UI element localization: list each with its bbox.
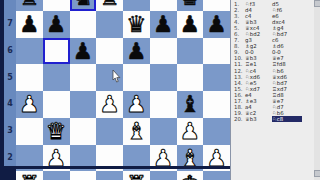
square-g6[interactable]	[177, 38, 204, 65]
move-number: 20.	[234, 116, 245, 122]
black-pawn-b7[interactable]: ♟	[43, 11, 70, 38]
white-bishop-e3[interactable]: ♝	[123, 118, 150, 145]
white-king-g1[interactable]: ♚	[177, 171, 204, 180]
white-queen-b3[interactable]: ♛	[43, 118, 70, 145]
black-knight-c8[interactable]: ♞	[70, 0, 97, 11]
square-e5[interactable]	[123, 64, 150, 91]
white-pawn-g3[interactable]: ♟	[177, 118, 204, 145]
square-e7[interactable]: ♛	[123, 11, 150, 38]
square-b7[interactable]: ♟	[43, 11, 70, 38]
square-h1[interactable]	[203, 171, 230, 180]
black-pawn-a7[interactable]: ♟	[16, 11, 43, 38]
move-cell-white[interactable]: ♕b3	[245, 116, 272, 122]
square-c7[interactable]	[70, 11, 97, 38]
square-a3[interactable]	[16, 118, 43, 145]
square-f3[interactable]	[150, 118, 177, 145]
square-h5[interactable]	[203, 64, 230, 91]
square-f6[interactable]	[150, 38, 177, 65]
black-pawn-h7[interactable]: ♟	[203, 11, 230, 38]
move-list: 1.♘f3d52.d4♘f63.c4e64.♕b3dxc45.♕xc4♗g46.…	[234, 1, 314, 122]
square-g3[interactable]: ♟	[177, 118, 204, 145]
scrollbar-down-icon[interactable]	[314, 170, 320, 177]
mouse-cursor-icon	[112, 70, 121, 83]
square-c1[interactable]	[70, 171, 97, 180]
square-d6[interactable]	[96, 38, 123, 65]
square-g5[interactable]	[177, 64, 204, 91]
square-f5[interactable]	[150, 64, 177, 91]
square-f8[interactable]	[150, 0, 177, 11]
black-pawn-c6[interactable]: ♟	[70, 38, 97, 65]
square-e1[interactable]: ♜	[123, 171, 150, 180]
square-f7[interactable]: ♟	[150, 11, 177, 38]
square-a4[interactable]: ♟	[16, 91, 43, 118]
white-pawn-e4[interactable]: ♟	[123, 91, 150, 118]
square-e6[interactable]: ♟	[123, 38, 150, 65]
square-h3[interactable]	[203, 118, 230, 145]
chess-app-window: 87654321 ♜♞♜♚♟♟♛♟♟♟♟♟♟♟♟♝♛♝♟♟♟♝♟♜♜♚ 1.♘f…	[0, 0, 320, 180]
square-a8[interactable]: ♜	[16, 0, 43, 11]
black-pawn-g7[interactable]: ♟	[177, 11, 204, 38]
square-c8[interactable]: ♞	[70, 0, 97, 11]
square-a5[interactable]	[16, 64, 43, 91]
black-rook-a8[interactable]: ♜	[16, 0, 43, 11]
scrollbar-up-icon[interactable]	[314, 0, 320, 7]
black-pawn-f7[interactable]: ♟	[150, 11, 177, 38]
square-b8[interactable]	[43, 0, 70, 11]
square-g1[interactable]: ♚	[177, 171, 204, 180]
move-list-panel: 1.♘f3d52.d4♘f63.c4e64.♕b3dxc45.♕xc4♗g46.…	[230, 0, 320, 180]
square-d7[interactable]	[96, 11, 123, 38]
square-a6[interactable]	[16, 38, 43, 65]
square-c3[interactable]	[70, 118, 97, 145]
white-rook-e1[interactable]: ♜	[123, 171, 150, 180]
square-d8[interactable]: ♜	[96, 0, 123, 11]
black-king-g8[interactable]: ♚	[177, 0, 204, 11]
square-g7[interactable]: ♟	[177, 11, 204, 38]
square-b3[interactable]: ♛	[43, 118, 70, 145]
move-cell-selected[interactable]: ♘c8	[272, 116, 302, 122]
square-c5[interactable]	[70, 64, 97, 91]
square-h8[interactable]	[203, 0, 230, 11]
rank-label-8: 8	[4, 0, 16, 1]
square-g8[interactable]: ♚	[177, 0, 204, 11]
square-d1[interactable]	[96, 171, 123, 180]
black-queen-e7[interactable]: ♛	[123, 11, 150, 38]
rank-label-3: 3	[4, 127, 16, 135]
rank-label-4: 4	[4, 100, 16, 108]
black-rook-d8[interactable]: ♜	[96, 0, 123, 11]
square-e8[interactable]	[123, 0, 150, 11]
square-e3[interactable]: ♝	[123, 118, 150, 145]
scrollbar[interactable]	[314, 0, 320, 180]
square-b6[interactable]	[43, 38, 70, 65]
window-bottom-left-corner	[0, 166, 16, 180]
square-b4[interactable]	[43, 91, 70, 118]
rank-label-strip: 87654321	[4, 0, 16, 180]
rank-label-6: 6	[4, 47, 16, 55]
board-bottom-border	[0, 166, 232, 169]
white-rook-a1[interactable]: ♜	[16, 171, 43, 180]
square-h4[interactable]	[203, 91, 230, 118]
square-b1[interactable]	[43, 171, 70, 180]
square-h6[interactable]	[203, 38, 230, 65]
square-a7[interactable]: ♟	[16, 11, 43, 38]
square-e4[interactable]: ♟	[123, 91, 150, 118]
square-g4[interactable]: ♝	[177, 91, 204, 118]
chess-board[interactable]: ♜♞♜♚♟♟♛♟♟♟♟♟♟♟♟♝♛♝♟♟♟♝♟♜♜♚	[16, 0, 230, 180]
square-b5[interactable]	[43, 64, 70, 91]
rank-label-5: 5	[4, 74, 16, 82]
square-d3[interactable]	[96, 118, 123, 145]
white-pawn-d4[interactable]: ♟	[96, 91, 123, 118]
rank-label-7: 7	[4, 20, 16, 28]
square-c6[interactable]: ♟	[70, 38, 97, 65]
square-f1[interactable]	[150, 171, 177, 180]
rank-label-2: 2	[4, 154, 16, 162]
square-a1[interactable]: ♜	[16, 171, 43, 180]
square-d4[interactable]: ♟	[96, 91, 123, 118]
white-pawn-a4[interactable]: ♟	[16, 91, 43, 118]
square-c4[interactable]	[70, 91, 97, 118]
move-row-20: 20.♕b3♘c8	[234, 116, 314, 122]
black-bishop-g4[interactable]: ♝	[177, 91, 204, 118]
black-pawn-e6[interactable]: ♟	[123, 38, 150, 65]
square-h7[interactable]: ♟	[203, 11, 230, 38]
square-f4[interactable]	[150, 91, 177, 118]
